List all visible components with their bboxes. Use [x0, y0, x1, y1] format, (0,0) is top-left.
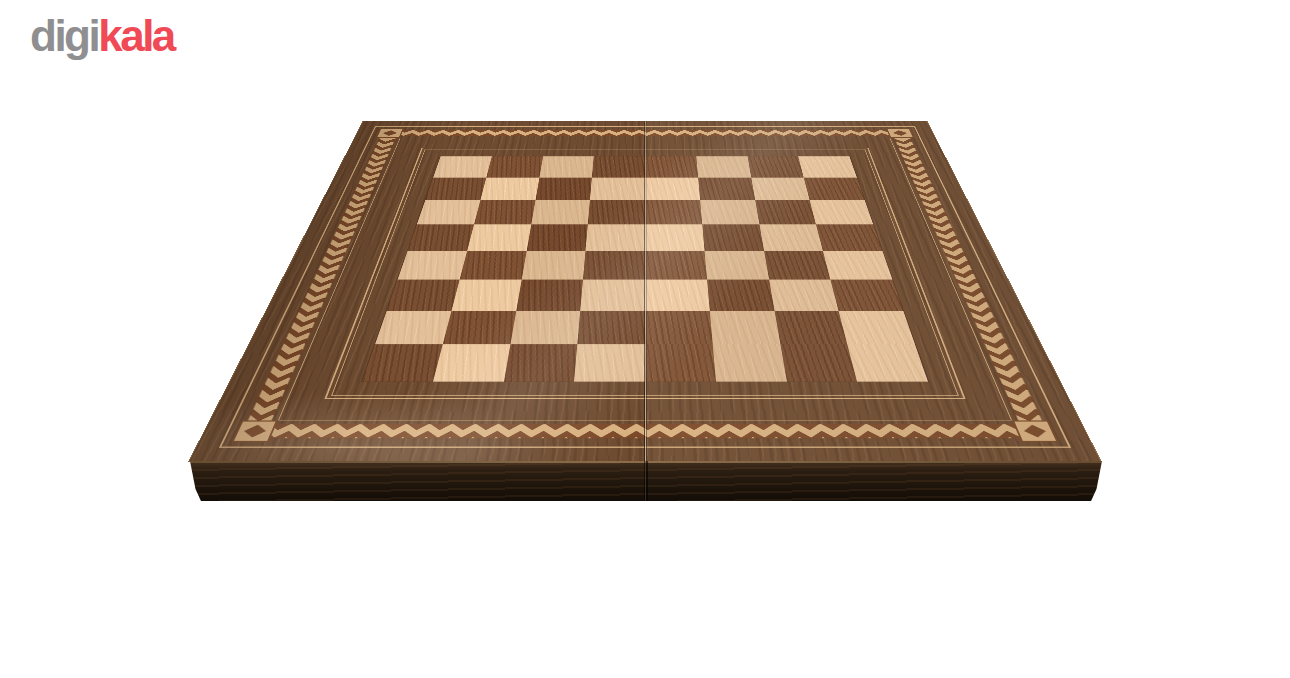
inlay-band-right	[890, 130, 1051, 438]
square-c5	[526, 225, 588, 251]
square-a7	[425, 177, 486, 200]
front-hinge-seam	[644, 461, 648, 501]
square-e3	[645, 279, 710, 310]
square-a8	[433, 156, 491, 177]
square-e1	[645, 344, 716, 381]
square-e8	[645, 156, 698, 177]
square-g2	[774, 311, 847, 345]
square-e2	[645, 311, 713, 345]
square-a1	[362, 344, 442, 381]
square-d8	[592, 156, 645, 177]
square-b5	[467, 225, 531, 251]
square-d1	[574, 344, 645, 381]
square-e4	[645, 251, 707, 280]
square-f5	[702, 225, 764, 251]
square-h1	[848, 344, 928, 381]
square-a3	[387, 279, 460, 310]
square-e5	[645, 225, 704, 251]
square-c2	[510, 311, 580, 345]
square-a4	[398, 251, 467, 280]
square-c1	[504, 344, 578, 381]
square-d5	[586, 225, 645, 251]
square-f1	[713, 344, 787, 381]
square-b8	[486, 156, 543, 177]
square-h5	[816, 225, 882, 251]
square-c4	[521, 251, 585, 280]
square-f4	[704, 251, 768, 280]
square-g5	[759, 225, 823, 251]
square-b2	[442, 311, 515, 345]
square-h6	[810, 200, 873, 224]
square-a6	[417, 200, 480, 224]
square-g3	[769, 279, 839, 310]
square-g1	[780, 344, 857, 381]
square-d7	[590, 177, 645, 200]
inlay-corner-top-right	[886, 129, 914, 138]
square-g8	[747, 156, 804, 177]
square-h2	[839, 311, 915, 345]
square-f8	[696, 156, 751, 177]
board-front-edge	[190, 461, 1102, 501]
square-f7	[698, 177, 755, 200]
inlay-band-left	[239, 130, 400, 438]
inlay-corner-top-left	[376, 129, 404, 138]
square-c6	[531, 200, 590, 224]
square-d4	[583, 251, 645, 280]
square-b7	[480, 177, 539, 200]
square-b1	[433, 344, 510, 381]
square-f2	[710, 311, 780, 345]
square-e7	[645, 177, 700, 200]
square-b4	[459, 251, 526, 280]
square-a2	[375, 311, 451, 345]
inlay-corner-bottom-left	[232, 420, 278, 441]
square-b6	[474, 200, 535, 224]
chessboard-top-surface	[188, 121, 1102, 462]
square-d6	[588, 200, 645, 224]
square-f6	[700, 200, 759, 224]
square-g7	[751, 177, 810, 200]
square-f3	[707, 279, 774, 310]
square-h8	[798, 156, 856, 177]
square-g6	[755, 200, 816, 224]
square-d3	[580, 279, 645, 310]
product-photo-scene	[0, 0, 1290, 678]
square-e6	[645, 200, 702, 224]
square-b3	[451, 279, 521, 310]
square-h4	[823, 251, 892, 280]
square-c3	[516, 279, 583, 310]
square-a5	[408, 225, 474, 251]
square-h3	[831, 279, 904, 310]
square-c8	[539, 156, 594, 177]
square-d2	[577, 311, 645, 345]
inlay-corner-bottom-right	[1012, 420, 1058, 441]
square-h7	[804, 177, 865, 200]
square-c7	[535, 177, 592, 200]
square-g4	[764, 251, 831, 280]
